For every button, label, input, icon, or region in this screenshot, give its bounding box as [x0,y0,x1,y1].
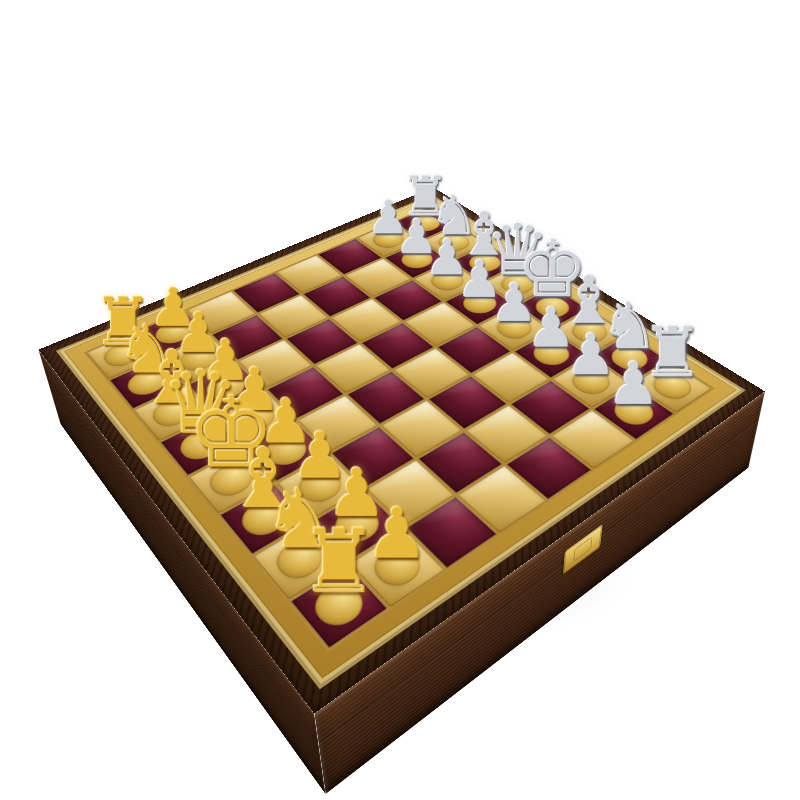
piece-gold-rook[interactable]: ♜ [299,521,378,605]
board-frame: ♜♞♝♛♚♝♞♜♟♟♟♟♟♟♟♟♟♟♟♟♟♟♟♟♜♞♝♛♚♝♞♜ [56,194,746,689]
square-e4[interactable] [347,371,425,424]
latch[interactable] [563,524,603,575]
case-rim: ♜♞♝♛♚♝♞♜♟♟♟♟♟♟♟♟♟♟♟♟♟♟♟♟♜♞♝♛♚♝♞♜ [39,187,765,713]
piece-silver-pawn[interactable]: ♟ [607,355,660,411]
scene: ♜♞♝♛♚♝♞♜♟♟♟♟♟♟♟♟♟♟♟♟♟♟♟♟♜♞♝♛♚♝♞♜ [0,0,800,800]
square-g5[interactable] [466,405,548,463]
square-h1[interactable]: ♜ [290,564,388,648]
product-photo-scene: ♜♞♝♛♚♝♞♜♟♟♟♟♟♟♟♟♟♟♟♟♟♟♟♟♜♞♝♛♚♝♞♜ [0,0,800,800]
chess-set: ♜♞♝♛♚♝♞♜♟♟♟♟♟♟♟♟♟♟♟♟♟♟♟♟♜♞♝♛♚♝♞♜ [39,187,765,713]
